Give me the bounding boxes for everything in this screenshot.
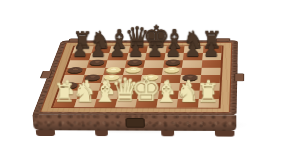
square-g6 — [182, 60, 202, 67]
chess-set-photo: ♜♞♝♛♚♝♞♜♟♟♟♟♟♟♟♟♟♟♟♟♟♟♟♟♜♞♝♛♚♝♞♜ — [0, 0, 285, 146]
square-a5 — [65, 68, 87, 75]
board-margin: ♜♞♝♛♚♝♞♜♟♟♟♟♟♟♟♟♟♟♟♟♟♟♟♟♜♞♝♛♚♝♞♜ — [40, 42, 232, 112]
chess-piece-black-pawn: ♟ — [109, 41, 125, 59]
front-left-foot — [36, 130, 55, 136]
square-b6 — [86, 60, 107, 67]
chess-piece-black-pawn: ♟ — [203, 40, 220, 58]
chess-piece-black-pawn: ♟ — [128, 41, 145, 59]
checker-disc-dark — [67, 67, 84, 73]
square-f5 — [161, 67, 181, 75]
square-g1: ♞ — [177, 99, 199, 108]
checker-disc-dark — [89, 60, 105, 66]
checker-disc-dark — [127, 60, 143, 66]
case-front-edge — [33, 115, 237, 131]
chess-piece-black-pawn: ♟ — [146, 41, 163, 59]
board-grid: ♜♞♝♛♚♝♞♜♟♟♟♟♟♟♟♟♟♟♟♟♟♟♟♟♜♞♝♛♚♝♞♜ — [51, 45, 224, 108]
front-mid-left-foot — [95, 130, 108, 136]
chess-piece-black-pawn: ♟ — [184, 40, 201, 58]
right-hinge — [234, 74, 244, 82]
square-c7: ♟ — [107, 53, 128, 60]
chess-piece-black-pawn: ♟ — [72, 41, 88, 59]
board-frame: ♜♞♝♛♚♝♞♜♟♟♟♟♟♟♟♟♟♟♟♟♟♟♟♟♜♞♝♛♚♝♞♜ — [33, 40, 238, 115]
square-e6 — [144, 60, 164, 67]
chess-piece-white-rook: ♜ — [197, 80, 220, 106]
checker-disc-light — [164, 67, 180, 73]
square-e7: ♟ — [145, 53, 165, 60]
square-f1: ♝ — [156, 99, 178, 108]
square-h7: ♟ — [202, 53, 221, 60]
square-h5 — [201, 67, 221, 75]
front-mid-right-foot — [161, 131, 174, 137]
front-right-foot — [215, 131, 234, 137]
square-h1: ♜ — [198, 99, 219, 108]
chess-piece-black-pawn: ♟ — [165, 40, 182, 58]
checker-disc-dark — [165, 60, 181, 66]
folding-chess-board: ♜♞♝♛♚♝♞♜♟♟♟♟♟♟♟♟♟♟♟♟♟♟♟♟♜♞♝♛♚♝♞♜ — [33, 40, 238, 115]
square-g7: ♟ — [183, 53, 203, 60]
case-latch — [125, 118, 145, 128]
chess-piece-black-pawn: ♟ — [90, 41, 106, 59]
square-h6 — [201, 60, 221, 67]
